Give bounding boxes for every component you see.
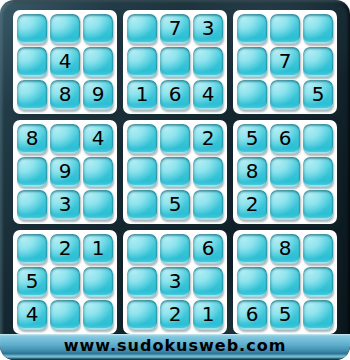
sudoku-block-6: 5682 [233,120,337,224]
sudoku-cell-r9c8[interactable]: 5 [270,300,300,330]
sudoku-cell-r5c8[interactable] [270,157,300,187]
given-digit: 3 [202,18,215,38]
given-digit: 8 [26,128,39,148]
sudoku-cell-r3c6[interactable]: 4 [193,80,223,110]
sudoku-cell-r7c3[interactable]: 1 [83,234,113,264]
given-digit: 3 [59,194,72,214]
sudoku-cell-r5c5[interactable] [160,157,190,187]
sudoku-cell-r2c7[interactable] [237,47,267,77]
sudoku-cell-r4c5[interactable] [160,124,190,154]
sudoku-cell-r6c4[interactable] [127,190,157,220]
sudoku-cell-r4c7[interactable]: 5 [237,124,267,154]
sudoku-cell-r3c5[interactable]: 6 [160,80,190,110]
sudoku-cell-r3c7[interactable] [237,80,267,110]
sudoku-cell-r5c6[interactable] [193,157,223,187]
sudoku-cell-r2c5[interactable] [160,47,190,77]
sudoku-cell-r4c2[interactable] [50,124,80,154]
sudoku-cell-r3c3[interactable]: 9 [83,80,113,110]
given-digit: 5 [246,128,259,148]
sudoku-cell-r5c9[interactable] [303,157,333,187]
sudoku-cell-r9c7[interactable]: 6 [237,300,267,330]
sudoku-cell-r3c4[interactable]: 1 [127,80,157,110]
sudoku-cell-r9c3[interactable] [83,300,113,330]
given-digit: 5 [312,84,325,104]
sudoku-cell-r1c6[interactable]: 3 [193,14,223,44]
sudoku-cell-r1c4[interactable] [127,14,157,44]
sudoku-cell-r7c9[interactable] [303,234,333,264]
sudoku-cell-r5c7[interactable]: 8 [237,157,267,187]
sudoku-cell-r2c1[interactable] [17,47,47,77]
given-digit: 5 [279,304,292,324]
sudoku-block-4: 8493 [13,120,117,224]
sudoku-cell-r4c6[interactable]: 2 [193,124,223,154]
sudoku-cell-r8c7[interactable] [237,267,267,297]
sudoku-block-7: 2154 [13,230,117,334]
sudoku-cell-r6c1[interactable] [17,190,47,220]
sudoku-cell-r1c7[interactable] [237,14,267,44]
given-digit: 2 [59,238,72,258]
sudoku-cell-r4c1[interactable]: 8 [17,124,47,154]
sudoku-cell-r7c4[interactable] [127,234,157,264]
sudoku-cell-r9c5[interactable]: 2 [160,300,190,330]
footer-band: www.sudokusweb.com [0,334,350,360]
given-digit: 4 [92,128,105,148]
sudoku-block-8: 6321 [123,230,227,334]
sudoku-cell-r9c1[interactable]: 4 [17,300,47,330]
sudoku-cell-r6c7[interactable]: 2 [237,190,267,220]
sudoku-cell-r9c2[interactable] [50,300,80,330]
sudoku-cell-r2c4[interactable] [127,47,157,77]
sudoku-block-9: 865 [233,230,337,334]
sudoku-cell-r3c9[interactable]: 5 [303,80,333,110]
given-digit: 8 [246,161,259,181]
given-digit: 1 [202,304,215,324]
sudoku-puzzle-image: 4897316475849325568221546321865 www.sudo… [0,0,350,360]
given-digit: 6 [169,84,182,104]
given-digit: 4 [59,51,72,71]
given-digit: 6 [279,128,292,148]
sudoku-cell-r3c2[interactable]: 8 [50,80,80,110]
sudoku-cell-r1c5[interactable]: 7 [160,14,190,44]
given-digit: 9 [59,161,72,181]
sudoku-cell-r4c8[interactable]: 6 [270,124,300,154]
given-digit: 8 [59,84,72,104]
sudoku-cell-r6c3[interactable] [83,190,113,220]
sudoku-cell-r6c5[interactable]: 5 [160,190,190,220]
given-digit: 2 [169,304,182,324]
sudoku-cell-r9c4[interactable] [127,300,157,330]
sudoku-block-3: 75 [233,10,337,114]
sudoku-block-2: 73164 [123,10,227,114]
sudoku-board: 4897316475849325568221546321865 [13,10,337,334]
given-digit: 4 [26,304,39,324]
sudoku-cell-r9c9[interactable] [303,300,333,330]
sudoku-cell-r2c3[interactable] [83,47,113,77]
sudoku-cell-r6c6[interactable] [193,190,223,220]
sudoku-cell-r8c1[interactable]: 5 [17,267,47,297]
sudoku-cell-r3c1[interactable] [17,80,47,110]
sudoku-cell-r1c3[interactable] [83,14,113,44]
sudoku-cell-r4c4[interactable] [127,124,157,154]
given-digit: 6 [246,304,259,324]
sudoku-cell-r8c6[interactable] [193,267,223,297]
given-digit: 7 [169,18,182,38]
sudoku-cell-r8c3[interactable] [83,267,113,297]
given-digit: 1 [92,238,105,258]
sudoku-cell-r7c1[interactable] [17,234,47,264]
sudoku-cell-r6c8[interactable] [270,190,300,220]
given-digit: 9 [92,84,105,104]
sudoku-cell-r9c6[interactable]: 1 [193,300,223,330]
sudoku-cell-r1c9[interactable] [303,14,333,44]
given-digit: 5 [26,271,39,291]
sudoku-cell-r2c9[interactable] [303,47,333,77]
sudoku-cell-r1c8[interactable] [270,14,300,44]
given-digit: 5 [169,194,182,214]
given-digit: 1 [136,84,149,104]
given-digit: 2 [202,128,215,148]
sudoku-cell-r8c5[interactable]: 3 [160,267,190,297]
given-digit: 4 [202,84,215,104]
sudoku-cell-r5c4[interactable] [127,157,157,187]
sudoku-cell-r5c3[interactable] [83,157,113,187]
sudoku-cell-r7c8[interactable]: 8 [270,234,300,264]
sudoku-block-1: 489 [13,10,117,114]
sudoku-cell-r4c3[interactable]: 4 [83,124,113,154]
sudoku-cell-r1c1[interactable] [17,14,47,44]
sudoku-cell-r8c4[interactable] [127,267,157,297]
given-digit: 2 [246,194,259,214]
given-digit: 8 [279,238,292,258]
given-digit: 6 [202,238,215,258]
sudoku-cell-r8c8[interactable] [270,267,300,297]
website-url: www.sudokusweb.com [64,336,287,355]
sudoku-cell-r1c2[interactable] [50,14,80,44]
sudoku-cell-r5c1[interactable] [17,157,47,187]
sudoku-cell-r5c2[interactable]: 9 [50,157,80,187]
sudoku-cell-r8c2[interactable] [50,267,80,297]
sudoku-cell-r2c6[interactable] [193,47,223,77]
sudoku-cell-r6c9[interactable] [303,190,333,220]
sudoku-cell-r7c7[interactable] [237,234,267,264]
sudoku-cell-r4c9[interactable] [303,124,333,154]
board-frame: 4897316475849325568221546321865 www.sudo… [0,0,350,360]
sudoku-block-5: 25 [123,120,227,224]
sudoku-cell-r7c2[interactable]: 2 [50,234,80,264]
sudoku-cell-r2c2[interactable]: 4 [50,47,80,77]
given-digit: 3 [169,271,182,291]
sudoku-cell-r7c5[interactable] [160,234,190,264]
given-digit: 7 [279,51,292,71]
sudoku-cell-r8c9[interactable] [303,267,333,297]
sudoku-cell-r7c6[interactable]: 6 [193,234,223,264]
sudoku-cell-r2c8[interactable]: 7 [270,47,300,77]
sudoku-cell-r6c2[interactable]: 3 [50,190,80,220]
sudoku-cell-r3c8[interactable] [270,80,300,110]
